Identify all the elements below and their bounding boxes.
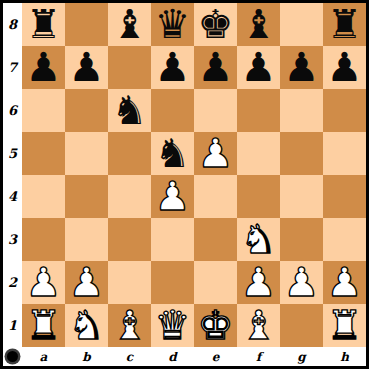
- piece-white-bishop[interactable]: ♝: [112, 305, 148, 345]
- rank-label-4: 4: [3, 175, 22, 218]
- square-c7[interactable]: [108, 46, 151, 89]
- rank-label-2: 2: [3, 261, 22, 304]
- square-f6[interactable]: [237, 89, 280, 132]
- rank-label-1: 1: [3, 304, 22, 347]
- square-e3[interactable]: [194, 218, 237, 261]
- square-d7[interactable]: ♟: [151, 46, 194, 89]
- square-g8[interactable]: [280, 3, 323, 46]
- square-c5[interactable]: [108, 132, 151, 175]
- square-f5[interactable]: [237, 132, 280, 175]
- square-d5[interactable]: ♞: [151, 132, 194, 175]
- square-d8[interactable]: ♛: [151, 3, 194, 46]
- square-c2[interactable]: [108, 261, 151, 304]
- square-g3[interactable]: [280, 218, 323, 261]
- piece-black-king[interactable]: ♚: [198, 4, 234, 44]
- square-a2[interactable]: ♟: [22, 261, 65, 304]
- square-h3[interactable]: [323, 218, 366, 261]
- chess-board-frame: 87654321 ♜♝♛♚♝♜♟♟♟♟♟♟♟♞♞♟♟♞♟♟♟♟♟♜♞♝♛♚♝♜ …: [0, 0, 369, 369]
- piece-black-knight[interactable]: ♞: [112, 90, 148, 130]
- square-a5[interactable]: [22, 132, 65, 175]
- piece-white-knight[interactable]: ♞: [69, 305, 105, 345]
- piece-black-pawn[interactable]: ♟: [26, 47, 62, 87]
- square-e4[interactable]: [194, 175, 237, 218]
- square-g5[interactable]: [280, 132, 323, 175]
- file-label-c: c: [108, 347, 151, 366]
- square-b5[interactable]: [65, 132, 108, 175]
- square-c3[interactable]: [108, 218, 151, 261]
- square-b7[interactable]: ♟: [65, 46, 108, 89]
- square-g6[interactable]: [280, 89, 323, 132]
- square-b4[interactable]: [65, 175, 108, 218]
- piece-white-knight[interactable]: ♞: [241, 219, 277, 259]
- piece-white-king[interactable]: ♚: [198, 305, 234, 345]
- piece-white-rook[interactable]: ♜: [327, 305, 363, 345]
- piece-white-pawn[interactable]: ♟: [26, 262, 62, 302]
- piece-black-pawn[interactable]: ♟: [155, 47, 191, 87]
- piece-black-pawn[interactable]: ♟: [327, 47, 363, 87]
- rank-label-8: 8: [3, 3, 22, 46]
- file-label-h: h: [323, 347, 366, 366]
- piece-black-pawn[interactable]: ♟: [69, 47, 105, 87]
- square-e7[interactable]: ♟: [194, 46, 237, 89]
- file-label-d: d: [151, 347, 194, 366]
- piece-white-pawn[interactable]: ♟: [327, 262, 363, 302]
- piece-black-bishop[interactable]: ♝: [241, 4, 277, 44]
- square-f1[interactable]: ♝: [237, 304, 280, 347]
- rank-label-7: 7: [3, 46, 22, 89]
- square-g1[interactable]: [280, 304, 323, 347]
- square-b2[interactable]: ♟: [65, 261, 108, 304]
- square-a3[interactable]: [22, 218, 65, 261]
- square-h6[interactable]: [323, 89, 366, 132]
- square-h8[interactable]: ♜: [323, 3, 366, 46]
- piece-white-pawn[interactable]: ♟: [241, 262, 277, 302]
- board: ♜♝♛♚♝♜♟♟♟♟♟♟♟♞♞♟♟♞♟♟♟♟♟♜♞♝♛♚♝♜: [22, 3, 366, 347]
- square-f8[interactable]: ♝: [237, 3, 280, 46]
- piece-black-queen[interactable]: ♛: [155, 4, 191, 44]
- side-to-move-indicator: [7, 351, 18, 362]
- square-f7[interactable]: ♟: [237, 46, 280, 89]
- file-label-e: e: [194, 347, 237, 366]
- square-a6[interactable]: [22, 89, 65, 132]
- file-label-b: b: [65, 347, 108, 366]
- square-c1[interactable]: ♝: [108, 304, 151, 347]
- square-c8[interactable]: ♝: [108, 3, 151, 46]
- square-d6[interactable]: [151, 89, 194, 132]
- square-h5[interactable]: [323, 132, 366, 175]
- square-f3[interactable]: ♞: [237, 218, 280, 261]
- rank-label-3: 3: [3, 218, 22, 261]
- square-a4[interactable]: [22, 175, 65, 218]
- piece-black-pawn[interactable]: ♟: [198, 47, 234, 87]
- square-a7[interactable]: ♟: [22, 46, 65, 89]
- piece-white-queen[interactable]: ♛: [155, 305, 191, 345]
- square-b3[interactable]: [65, 218, 108, 261]
- square-e2[interactable]: [194, 261, 237, 304]
- square-c4[interactable]: [108, 175, 151, 218]
- square-g7[interactable]: ♟: [280, 46, 323, 89]
- square-a1[interactable]: ♜: [22, 304, 65, 347]
- piece-black-pawn[interactable]: ♟: [284, 47, 320, 87]
- square-h1[interactable]: ♜: [323, 304, 366, 347]
- piece-white-pawn[interactable]: ♟: [155, 176, 191, 216]
- file-label-a: a: [22, 347, 65, 366]
- square-c6[interactable]: ♞: [108, 89, 151, 132]
- square-e1[interactable]: ♚: [194, 304, 237, 347]
- square-b8[interactable]: [65, 3, 108, 46]
- piece-black-bishop[interactable]: ♝: [112, 4, 148, 44]
- piece-white-rook[interactable]: ♜: [26, 305, 62, 345]
- piece-white-pawn[interactable]: ♟: [69, 262, 105, 302]
- square-h7[interactable]: ♟: [323, 46, 366, 89]
- file-label-f: f: [237, 347, 280, 366]
- square-h4[interactable]: [323, 175, 366, 218]
- piece-white-pawn[interactable]: ♟: [198, 133, 234, 173]
- square-d2[interactable]: [151, 261, 194, 304]
- rank-label-5: 5: [3, 132, 22, 175]
- square-d3[interactable]: [151, 218, 194, 261]
- square-e5[interactable]: ♟: [194, 132, 237, 175]
- piece-black-rook[interactable]: ♜: [327, 4, 363, 44]
- rank-label-6: 6: [3, 89, 22, 132]
- square-g2[interactable]: ♟: [280, 261, 323, 304]
- square-d4[interactable]: ♟: [151, 175, 194, 218]
- square-b1[interactable]: ♞: [65, 304, 108, 347]
- square-h2[interactable]: ♟: [323, 261, 366, 304]
- square-b6[interactable]: [65, 89, 108, 132]
- piece-black-knight[interactable]: ♞: [155, 133, 191, 173]
- piece-white-pawn[interactable]: ♟: [284, 262, 320, 302]
- rank-labels: 87654321: [3, 3, 22, 347]
- piece-black-pawn[interactable]: ♟: [241, 47, 277, 87]
- square-e6[interactable]: [194, 89, 237, 132]
- file-label-g: g: [280, 347, 323, 366]
- square-f4[interactable]: [237, 175, 280, 218]
- square-f2[interactable]: ♟: [237, 261, 280, 304]
- piece-white-bishop[interactable]: ♝: [241, 305, 277, 345]
- square-e8[interactable]: ♚: [194, 3, 237, 46]
- square-a8[interactable]: ♜: [22, 3, 65, 46]
- file-labels: abcdefgh: [22, 347, 366, 366]
- square-g4[interactable]: [280, 175, 323, 218]
- piece-black-rook[interactable]: ♜: [26, 4, 62, 44]
- square-d1[interactable]: ♛: [151, 304, 194, 347]
- side-to-move-corner: [3, 347, 22, 366]
